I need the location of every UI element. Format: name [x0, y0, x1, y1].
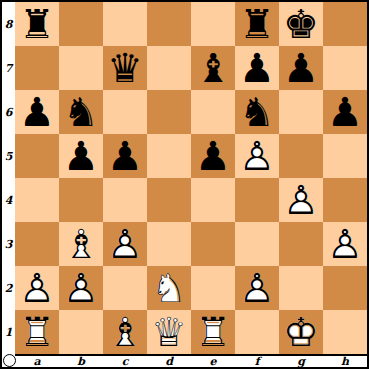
square-d5[interactable]: [147, 134, 191, 178]
white-pawn-fill: ♟: [235, 266, 279, 310]
white-queen-fill: ♛: [147, 310, 191, 354]
white-knight: ♘: [147, 266, 191, 310]
white-rook: ♖: [191, 310, 235, 354]
white-king-fill: ♚: [279, 310, 323, 354]
square-c8[interactable]: [103, 2, 147, 46]
file-label-d: d: [147, 356, 191, 367]
square-e7[interactable]: ♝: [191, 46, 235, 90]
square-b8[interactable]: [59, 2, 103, 46]
square-d1[interactable]: ♛♕: [147, 310, 191, 354]
rank-label-1: 1: [2, 310, 15, 354]
white-king: ♔: [279, 310, 323, 354]
white-bishop: ♗: [59, 222, 103, 266]
square-h8[interactable]: [323, 2, 367, 46]
square-g8[interactable]: ♚: [279, 2, 323, 46]
white-pawn: ♙: [279, 178, 323, 222]
square-c3[interactable]: ♟♙: [103, 222, 147, 266]
white-bishop-fill: ♝: [59, 222, 103, 266]
square-a5[interactable]: [15, 134, 59, 178]
square-d8[interactable]: [147, 2, 191, 46]
rank-labels: 87654321: [2, 2, 15, 354]
black-rook: ♜: [15, 2, 59, 46]
white-knight-fill: ♞: [147, 266, 191, 310]
white-to-move-indicator: [3, 354, 16, 367]
square-a2[interactable]: ♟♙: [15, 266, 59, 310]
file-label-e: e: [191, 356, 235, 367]
square-h5[interactable]: [323, 134, 367, 178]
chess-board: ♜♜♚♛♝♟♟♟♞♞♟♟♟♟♟♙♟♙♝♗♟♙♟♙♟♙♟♙♞♘♟♙♜♖♝♗♛♕♜♖…: [15, 2, 367, 356]
white-rook: ♖: [15, 310, 59, 354]
square-e6[interactable]: [191, 90, 235, 134]
square-b4[interactable]: [59, 178, 103, 222]
square-f6[interactable]: ♞: [235, 90, 279, 134]
rank-label-8: 8: [2, 2, 15, 46]
square-c5[interactable]: ♟: [103, 134, 147, 178]
square-g2[interactable]: [279, 266, 323, 310]
square-h6[interactable]: ♟: [323, 90, 367, 134]
square-e5[interactable]: ♟: [191, 134, 235, 178]
white-pawn-fill: ♟: [323, 222, 367, 266]
square-f2[interactable]: ♟♙: [235, 266, 279, 310]
rank-label-4: 4: [2, 178, 15, 222]
black-king: ♚: [279, 2, 323, 46]
square-g3[interactable]: [279, 222, 323, 266]
black-pawn: ♟: [191, 134, 235, 178]
square-a4[interactable]: [15, 178, 59, 222]
black-pawn: ♟: [59, 134, 103, 178]
square-a3[interactable]: [15, 222, 59, 266]
square-f1[interactable]: [235, 310, 279, 354]
rank-label-3: 3: [2, 222, 15, 266]
white-pawn: ♙: [235, 134, 279, 178]
square-c4[interactable]: [103, 178, 147, 222]
rank-label-2: 2: [2, 266, 15, 310]
black-pawn: ♟: [235, 46, 279, 90]
square-f4[interactable]: [235, 178, 279, 222]
black-knight: ♞: [235, 90, 279, 134]
square-f3[interactable]: [235, 222, 279, 266]
white-queen: ♕: [147, 310, 191, 354]
square-b3[interactable]: ♝♗: [59, 222, 103, 266]
black-bishop: ♝: [191, 46, 235, 90]
black-pawn: ♟: [103, 134, 147, 178]
file-label-f: f: [235, 356, 279, 367]
white-pawn: ♙: [235, 266, 279, 310]
rank-label-5: 5: [2, 134, 15, 178]
square-d2[interactable]: ♞♘: [147, 266, 191, 310]
file-label-c: c: [103, 356, 147, 367]
white-rook-fill: ♜: [15, 310, 59, 354]
square-h7[interactable]: [323, 46, 367, 90]
chess-diagram: 87654321 ♜♜♚♛♝♟♟♟♞♞♟♟♟♟♟♙♟♙♝♗♟♙♟♙♟♙♟♙♞♘♟…: [0, 0, 369, 369]
square-e4[interactable]: [191, 178, 235, 222]
black-knight: ♞: [59, 90, 103, 134]
square-a1[interactable]: ♜♖: [15, 310, 59, 354]
rank-label-6: 6: [2, 90, 15, 134]
white-pawn-fill: ♟: [103, 222, 147, 266]
square-a6[interactable]: ♟: [15, 90, 59, 134]
square-h4[interactable]: [323, 178, 367, 222]
square-a8[interactable]: ♜: [15, 2, 59, 46]
square-e2[interactable]: [191, 266, 235, 310]
square-a7[interactable]: [15, 46, 59, 90]
white-pawn-fill: ♟: [235, 134, 279, 178]
square-c6[interactable]: [103, 90, 147, 134]
white-pawn: ♙: [103, 222, 147, 266]
square-d3[interactable]: [147, 222, 191, 266]
square-h3[interactable]: ♟♙: [323, 222, 367, 266]
square-e3[interactable]: [191, 222, 235, 266]
black-pawn: ♟: [15, 90, 59, 134]
file-label-h: h: [323, 356, 367, 367]
file-label-a: a: [15, 356, 59, 367]
square-d6[interactable]: [147, 90, 191, 134]
black-pawn: ♟: [279, 46, 323, 90]
square-g6[interactable]: [279, 90, 323, 134]
square-e1[interactable]: ♜♖: [191, 310, 235, 354]
square-b2[interactable]: ♟♙: [59, 266, 103, 310]
white-pawn-fill: ♟: [15, 266, 59, 310]
white-pawn-fill: ♟: [59, 266, 103, 310]
black-queen: ♛: [103, 46, 147, 90]
square-f7[interactable]: ♟: [235, 46, 279, 90]
square-g4[interactable]: ♟♙: [279, 178, 323, 222]
black-rook: ♜: [235, 2, 279, 46]
white-pawn-fill: ♟: [279, 178, 323, 222]
square-f5[interactable]: ♟♙: [235, 134, 279, 178]
file-label-b: b: [59, 356, 103, 367]
white-pawn: ♙: [59, 266, 103, 310]
square-g7[interactable]: ♟: [279, 46, 323, 90]
file-labels: abcdefgh: [15, 356, 367, 367]
white-pawn: ♙: [323, 222, 367, 266]
white-bishop-fill: ♝: [103, 310, 147, 354]
square-d4[interactable]: [147, 178, 191, 222]
square-f8[interactable]: ♜: [235, 2, 279, 46]
square-c7[interactable]: ♛: [103, 46, 147, 90]
square-d7[interactable]: [147, 46, 191, 90]
file-label-g: g: [279, 356, 323, 367]
square-c1[interactable]: ♝♗: [103, 310, 147, 354]
white-bishop: ♗: [103, 310, 147, 354]
white-rook-fill: ♜: [191, 310, 235, 354]
black-pawn: ♟: [323, 90, 367, 134]
square-h1[interactable]: [323, 310, 367, 354]
white-pawn: ♙: [15, 266, 59, 310]
square-g5[interactable]: [279, 134, 323, 178]
square-b7[interactable]: [59, 46, 103, 90]
square-b5[interactable]: ♟: [59, 134, 103, 178]
square-g1[interactable]: ♚♔: [279, 310, 323, 354]
square-b6[interactable]: ♞: [59, 90, 103, 134]
square-b1[interactable]: [59, 310, 103, 354]
rank-label-7: 7: [2, 46, 15, 90]
square-c2[interactable]: [103, 266, 147, 310]
square-e8[interactable]: [191, 2, 235, 46]
square-h2[interactable]: [323, 266, 367, 310]
